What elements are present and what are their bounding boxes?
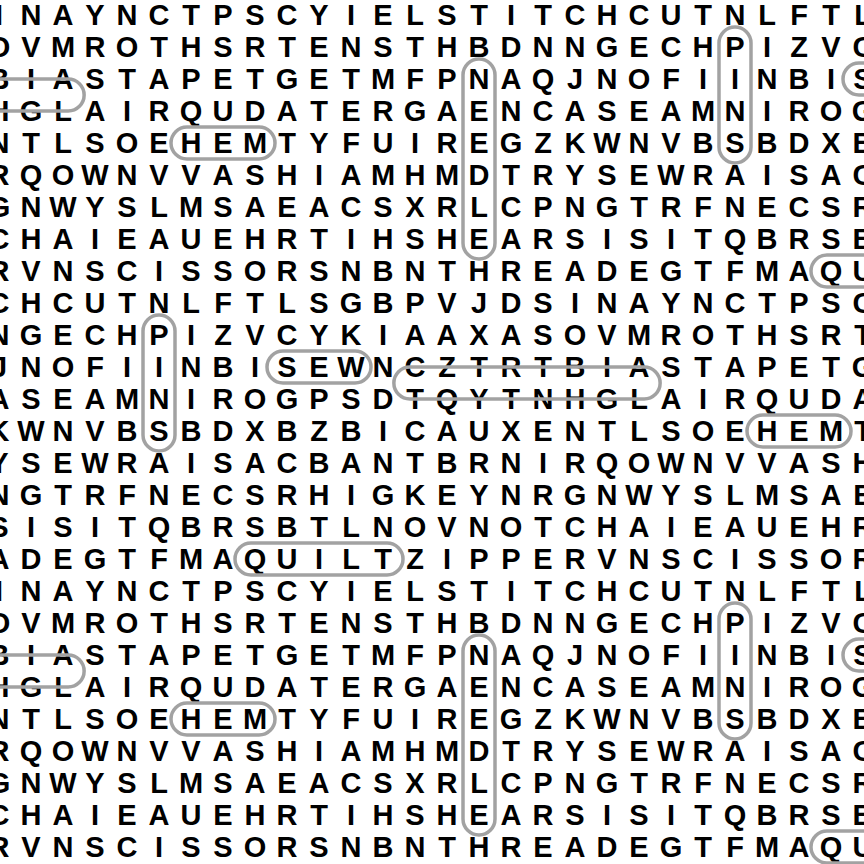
grid-cell[interactable]: I	[559, 287, 591, 319]
grid-cell[interactable]: B	[687, 127, 719, 159]
grid-cell[interactable]: O	[687, 319, 719, 351]
grid-cell[interactable]: F	[687, 191, 719, 223]
grid-cell[interactable]: T	[751, 287, 783, 319]
grid-cell[interactable]: F	[655, 63, 687, 95]
grid-cell[interactable]: G	[15, 95, 47, 127]
grid-cell[interactable]: V	[15, 255, 47, 287]
grid-cell[interactable]: Q	[719, 799, 751, 831]
grid-cell[interactable]: B	[175, 511, 207, 543]
grid-cell[interactable]: T	[111, 287, 143, 319]
grid-cell[interactable]: K	[399, 479, 431, 511]
grid-cell[interactable]: L	[47, 127, 79, 159]
grid-cell[interactable]: E	[847, 479, 864, 511]
grid-cell[interactable]: B	[751, 703, 783, 735]
grid-cell[interactable]: R	[655, 191, 687, 223]
grid-cell[interactable]: E	[783, 511, 815, 543]
grid-cell[interactable]: N	[367, 447, 399, 479]
grid-cell[interactable]: D	[495, 607, 527, 639]
grid-cell[interactable]: V	[15, 607, 47, 639]
grid-cell[interactable]: A	[303, 767, 335, 799]
grid-cell[interactable]: E	[207, 639, 239, 671]
grid-cell[interactable]: N	[335, 255, 367, 287]
grid-cell[interactable]: N	[559, 607, 591, 639]
grid-cell[interactable]: O	[239, 831, 271, 863]
grid-cell[interactable]: A	[79, 383, 111, 415]
grid-cell[interactable]: A	[207, 543, 239, 575]
grid-cell[interactable]: S	[783, 159, 815, 191]
grid-cell[interactable]: M	[175, 543, 207, 575]
grid-cell[interactable]: W	[655, 735, 687, 767]
grid-cell[interactable]: T	[527, 351, 559, 383]
grid-cell[interactable]: Y	[79, 575, 111, 607]
grid-cell[interactable]: E	[111, 799, 143, 831]
grid-cell[interactable]: R	[79, 479, 111, 511]
grid-cell[interactable]: R	[495, 831, 527, 863]
grid-cell[interactable]: W	[47, 191, 79, 223]
grid-cell[interactable]: G	[399, 95, 431, 127]
grid-cell[interactable]: L	[47, 703, 79, 735]
grid-cell[interactable]: P	[527, 191, 559, 223]
grid-cell[interactable]: R	[847, 511, 864, 543]
grid-cell[interactable]: I	[815, 639, 847, 671]
grid-cell[interactable]: E	[303, 639, 335, 671]
grid-cell[interactable]: A	[495, 639, 527, 671]
grid-cell[interactable]: E	[47, 447, 79, 479]
grid-cell[interactable]: C	[271, 0, 303, 31]
grid-cell[interactable]: T	[399, 607, 431, 639]
grid-cell[interactable]: U	[367, 127, 399, 159]
grid-cell[interactable]: I	[111, 671, 143, 703]
grid-cell[interactable]: A	[143, 639, 175, 671]
grid-cell[interactable]: V	[143, 159, 175, 191]
grid-cell[interactable]: T	[399, 447, 431, 479]
grid-cell[interactable]: H	[399, 159, 431, 191]
grid-cell[interactable]: T	[463, 351, 495, 383]
grid-cell[interactable]: R	[431, 127, 463, 159]
grid-cell[interactable]: C	[559, 575, 591, 607]
grid-cell[interactable]: P	[719, 607, 751, 639]
grid-cell[interactable]: S	[15, 447, 47, 479]
grid-cell[interactable]: N	[15, 351, 47, 383]
grid-cell[interactable]: I	[719, 63, 751, 95]
grid-cell[interactable]: C	[111, 831, 143, 863]
grid-cell[interactable]: I	[751, 159, 783, 191]
grid-cell[interactable]: T	[687, 575, 719, 607]
grid-cell[interactable]: Q	[719, 223, 751, 255]
grid-cell[interactable]: B	[367, 287, 399, 319]
grid-cell[interactable]: N	[591, 287, 623, 319]
grid-cell[interactable]: T	[15, 703, 47, 735]
grid-cell[interactable]: O	[47, 351, 79, 383]
grid-cell[interactable]: A	[559, 831, 591, 863]
grid-cell[interactable]: N	[559, 191, 591, 223]
grid-cell[interactable]: E	[335, 671, 367, 703]
grid-cell[interactable]: B	[207, 351, 239, 383]
grid-cell[interactable]: L	[719, 479, 751, 511]
grid-cell[interactable]: R	[0, 831, 15, 863]
grid-cell[interactable]: I	[143, 831, 175, 863]
grid-cell[interactable]: I	[719, 639, 751, 671]
grid-cell[interactable]: P	[207, 575, 239, 607]
grid-cell[interactable]: S	[207, 447, 239, 479]
grid-cell[interactable]: T	[335, 63, 367, 95]
grid-cell[interactable]: E	[527, 415, 559, 447]
grid-cell[interactable]: R	[367, 95, 399, 127]
grid-cell[interactable]: O	[0, 31, 15, 63]
grid-cell[interactable]: T	[303, 223, 335, 255]
grid-cell[interactable]: E	[623, 671, 655, 703]
grid-cell[interactable]: T	[815, 0, 847, 31]
grid-cell[interactable]: N	[719, 767, 751, 799]
grid-cell[interactable]: I	[687, 63, 719, 95]
grid-cell[interactable]: A	[559, 671, 591, 703]
grid-cell[interactable]: U	[655, 0, 687, 31]
grid-cell[interactable]: E	[623, 831, 655, 863]
grid-cell[interactable]: R	[207, 383, 239, 415]
grid-cell[interactable]: A	[431, 319, 463, 351]
grid-cell[interactable]: R	[0, 255, 15, 287]
grid-cell[interactable]: Q	[527, 63, 559, 95]
grid-cell[interactable]: A	[143, 447, 175, 479]
grid-cell[interactable]: I	[655, 799, 687, 831]
grid-cell[interactable]: N	[0, 703, 15, 735]
grid-cell[interactable]: S	[783, 735, 815, 767]
grid-cell[interactable]: R	[495, 351, 527, 383]
grid-cell[interactable]: U	[207, 95, 239, 127]
grid-cell[interactable]: M	[239, 127, 271, 159]
grid-cell[interactable]: C	[847, 607, 864, 639]
grid-cell[interactable]: T	[239, 639, 271, 671]
grid-cell[interactable]: T	[719, 319, 751, 351]
grid-cell[interactable]: E	[463, 127, 495, 159]
grid-cell[interactable]: V	[175, 159, 207, 191]
grid-cell[interactable]: R	[0, 159, 15, 191]
grid-cell[interactable]: A	[143, 223, 175, 255]
grid-cell[interactable]: H	[463, 255, 495, 287]
grid-cell[interactable]: R	[431, 703, 463, 735]
grid-cell[interactable]: A	[0, 543, 15, 575]
grid-cell[interactable]: A	[559, 255, 591, 287]
grid-cell[interactable]: A	[719, 511, 751, 543]
grid-cell[interactable]: D	[207, 415, 239, 447]
grid-cell[interactable]: G	[495, 703, 527, 735]
grid-cell[interactable]: M	[687, 95, 719, 127]
grid-cell[interactable]: H	[559, 383, 591, 415]
grid-cell[interactable]: C	[847, 287, 864, 319]
grid-cell[interactable]: R	[271, 831, 303, 863]
grid-cell[interactable]: Y	[79, 191, 111, 223]
grid-cell[interactable]: B	[271, 511, 303, 543]
grid-cell[interactable]: T	[623, 767, 655, 799]
grid-cell[interactable]: R	[527, 799, 559, 831]
grid-cell[interactable]: C	[655, 607, 687, 639]
grid-cell[interactable]: G	[847, 351, 864, 383]
grid-cell[interactable]: T	[431, 255, 463, 287]
grid-cell[interactable]: A	[655, 95, 687, 127]
grid-cell[interactable]: A	[271, 671, 303, 703]
grid-cell[interactable]: I	[687, 383, 719, 415]
grid-cell[interactable]: N	[751, 639, 783, 671]
grid-cell[interactable]: A	[495, 319, 527, 351]
grid-cell[interactable]: G	[591, 607, 623, 639]
grid-cell[interactable]: C	[847, 31, 864, 63]
grid-cell[interactable]: V	[751, 447, 783, 479]
grid-cell[interactable]: S	[815, 223, 847, 255]
grid-cell[interactable]: I	[0, 575, 15, 607]
grid-cell[interactable]: C	[623, 575, 655, 607]
grid-cell[interactable]: S	[15, 383, 47, 415]
grid-cell[interactable]: I	[591, 799, 623, 831]
grid-cell[interactable]: H	[303, 479, 335, 511]
grid-cell[interactable]: N	[335, 31, 367, 63]
grid-cell[interactable]: K	[335, 319, 367, 351]
grid-cell[interactable]: O	[399, 511, 431, 543]
grid-cell[interactable]: T	[847, 415, 864, 447]
grid-cell[interactable]: N	[367, 351, 399, 383]
grid-cell[interactable]: F	[335, 127, 367, 159]
grid-cell[interactable]: T	[463, 575, 495, 607]
grid-cell[interactable]: I	[239, 351, 271, 383]
grid-cell[interactable]: I	[335, 223, 367, 255]
grid-cell[interactable]: K	[559, 127, 591, 159]
grid-cell[interactable]: S	[0, 511, 15, 543]
grid-cell[interactable]: J	[463, 287, 495, 319]
grid-cell[interactable]: M	[751, 255, 783, 287]
grid-cell[interactable]: V	[239, 319, 271, 351]
grid-cell[interactable]: O	[815, 95, 847, 127]
grid-cell[interactable]: O	[239, 383, 271, 415]
grid-cell[interactable]: E	[47, 319, 79, 351]
grid-cell[interactable]: E	[623, 607, 655, 639]
grid-cell[interactable]: N	[15, 0, 47, 31]
grid-cell[interactable]: T	[143, 31, 175, 63]
grid-cell[interactable]: K	[559, 703, 591, 735]
grid-cell[interactable]: S	[239, 0, 271, 31]
grid-cell[interactable]: A	[623, 287, 655, 319]
grid-cell[interactable]: R	[239, 31, 271, 63]
grid-cell[interactable]: H	[591, 511, 623, 543]
grid-cell[interactable]: Z	[303, 415, 335, 447]
grid-cell[interactable]: D	[239, 95, 271, 127]
grid-cell[interactable]: B	[559, 351, 591, 383]
grid-cell[interactable]: C	[527, 95, 559, 127]
grid-cell[interactable]: L	[399, 575, 431, 607]
grid-cell[interactable]: C	[783, 767, 815, 799]
grid-cell[interactable]: R	[271, 799, 303, 831]
grid-cell[interactable]: N	[591, 479, 623, 511]
grid-cell[interactable]: S	[783, 543, 815, 575]
grid-cell[interactable]: V	[15, 831, 47, 863]
grid-cell[interactable]: H	[111, 319, 143, 351]
grid-cell[interactable]: V	[431, 287, 463, 319]
grid-cell[interactable]: R	[815, 319, 847, 351]
grid-cell[interactable]: V	[15, 31, 47, 63]
grid-cell[interactable]: I	[367, 319, 399, 351]
grid-cell[interactable]: I	[335, 0, 367, 31]
grid-cell[interactable]: T	[303, 511, 335, 543]
grid-cell[interactable]: T	[367, 543, 399, 575]
grid-cell[interactable]: W	[79, 447, 111, 479]
grid-cell[interactable]: N	[111, 159, 143, 191]
grid-cell[interactable]: R	[271, 255, 303, 287]
grid-cell[interactable]: I	[815, 63, 847, 95]
grid-cell[interactable]: P	[143, 319, 175, 351]
grid-cell[interactable]: Q	[591, 447, 623, 479]
grid-cell[interactable]: D	[783, 127, 815, 159]
grid-cell[interactable]: T	[111, 511, 143, 543]
grid-cell[interactable]: P	[495, 543, 527, 575]
grid-cell[interactable]: B	[0, 63, 15, 95]
grid-cell[interactable]: L	[623, 415, 655, 447]
grid-cell[interactable]: H	[15, 287, 47, 319]
grid-cell[interactable]: N	[559, 767, 591, 799]
grid-cell[interactable]: T	[271, 31, 303, 63]
grid-cell[interactable]: K	[0, 415, 15, 447]
grid-cell[interactable]: S	[687, 479, 719, 511]
grid-cell[interactable]: I	[79, 223, 111, 255]
grid-cell[interactable]: Q	[751, 383, 783, 415]
grid-cell[interactable]: G	[655, 255, 687, 287]
grid-cell[interactable]: G	[559, 479, 591, 511]
grid-cell[interactable]: C	[655, 31, 687, 63]
grid-cell[interactable]: O	[495, 511, 527, 543]
grid-cell[interactable]: C	[399, 351, 431, 383]
grid-cell[interactable]: B	[367, 255, 399, 287]
grid-cell[interactable]: T	[495, 735, 527, 767]
grid-cell[interactable]: W	[79, 735, 111, 767]
grid-cell[interactable]: I	[15, 511, 47, 543]
grid-cell[interactable]: W	[79, 159, 111, 191]
grid-cell[interactable]: C	[143, 575, 175, 607]
grid-cell[interactable]: G	[271, 383, 303, 415]
grid-cell[interactable]: E	[303, 607, 335, 639]
grid-cell[interactable]: S	[719, 127, 751, 159]
grid-cell[interactable]: E	[207, 799, 239, 831]
grid-cell[interactable]: Q	[15, 159, 47, 191]
grid-cell[interactable]: F	[719, 255, 751, 287]
grid-cell[interactable]: Y	[0, 447, 15, 479]
grid-cell[interactable]: S	[559, 799, 591, 831]
grid-cell[interactable]: Y	[655, 287, 687, 319]
grid-cell[interactable]: U	[751, 511, 783, 543]
grid-cell[interactable]: M	[111, 383, 143, 415]
grid-cell[interactable]: I	[79, 511, 111, 543]
grid-cell[interactable]: F	[783, 0, 815, 31]
grid-cell[interactable]: R	[431, 767, 463, 799]
grid-cell[interactable]: H	[271, 159, 303, 191]
grid-cell[interactable]: U	[79, 287, 111, 319]
grid-cell[interactable]: N	[111, 575, 143, 607]
grid-cell[interactable]: I	[79, 799, 111, 831]
grid-cell[interactable]: E	[463, 671, 495, 703]
grid-cell[interactable]: Q	[175, 671, 207, 703]
grid-cell[interactable]: S	[303, 831, 335, 863]
grid-cell[interactable]: T	[271, 127, 303, 159]
grid-cell[interactable]: V	[79, 415, 111, 447]
grid-cell[interactable]: N	[143, 287, 175, 319]
grid-cell[interactable]: V	[591, 319, 623, 351]
grid-cell[interactable]: N	[559, 415, 591, 447]
grid-cell[interactable]: Y	[559, 735, 591, 767]
grid-cell[interactable]: N	[527, 31, 559, 63]
grid-cell[interactable]: N	[0, 479, 15, 511]
grid-cell[interactable]: N	[591, 63, 623, 95]
grid-cell[interactable]: D	[783, 703, 815, 735]
grid-cell[interactable]: S	[655, 351, 687, 383]
grid-cell[interactable]: H	[0, 671, 15, 703]
grid-cell[interactable]: I	[495, 0, 527, 31]
grid-cell[interactable]: I	[687, 639, 719, 671]
grid-cell[interactable]: B	[751, 223, 783, 255]
grid-cell[interactable]: T	[495, 383, 527, 415]
grid-cell[interactable]: G	[655, 831, 687, 863]
grid-cell[interactable]: R	[655, 767, 687, 799]
grid-cell[interactable]: A	[47, 63, 79, 95]
grid-cell[interactable]: F	[783, 575, 815, 607]
grid-cell[interactable]: H	[239, 223, 271, 255]
grid-cell[interactable]: A	[47, 639, 79, 671]
grid-cell[interactable]: E	[303, 63, 335, 95]
grid-cell[interactable]: P	[431, 63, 463, 95]
grid-cell[interactable]: S	[591, 95, 623, 127]
grid-cell[interactable]: E	[111, 223, 143, 255]
grid-cell[interactable]: N	[719, 671, 751, 703]
grid-cell[interactable]: R	[527, 735, 559, 767]
grid-cell[interactable]: S	[367, 191, 399, 223]
grid-cell[interactable]: Y	[559, 159, 591, 191]
grid-cell[interactable]: L	[399, 0, 431, 31]
grid-cell[interactable]: A	[431, 95, 463, 127]
grid-cell[interactable]: A	[239, 191, 271, 223]
grid-cell[interactable]: A	[0, 383, 15, 415]
grid-cell[interactable]: L	[623, 383, 655, 415]
grid-cell[interactable]: W	[623, 479, 655, 511]
grid-cell[interactable]: C	[495, 767, 527, 799]
grid-cell[interactable]: T	[239, 287, 271, 319]
grid-cell[interactable]: V	[815, 607, 847, 639]
grid-cell[interactable]: A	[495, 799, 527, 831]
grid-cell[interactable]: I	[15, 639, 47, 671]
grid-cell[interactable]: N	[15, 191, 47, 223]
grid-cell[interactable]: R	[143, 671, 175, 703]
grid-cell[interactable]: S	[815, 447, 847, 479]
grid-cell[interactable]: A	[623, 351, 655, 383]
grid-cell[interactable]: M	[431, 735, 463, 767]
grid-cell[interactable]: Q	[239, 543, 271, 575]
grid-cell[interactable]: T	[239, 63, 271, 95]
grid-cell[interactable]: Q	[15, 735, 47, 767]
grid-cell[interactable]: O	[815, 671, 847, 703]
grid-cell[interactable]: B	[783, 639, 815, 671]
grid-cell[interactable]: I	[495, 575, 527, 607]
grid-cell[interactable]: H	[271, 735, 303, 767]
grid-cell[interactable]: L	[335, 511, 367, 543]
grid-cell[interactable]: S	[239, 511, 271, 543]
grid-cell[interactable]: S	[207, 255, 239, 287]
grid-cell[interactable]: A	[335, 447, 367, 479]
grid-cell[interactable]: C	[207, 479, 239, 511]
grid-cell[interactable]: A	[79, 95, 111, 127]
grid-cell[interactable]: A	[815, 159, 847, 191]
grid-cell[interactable]: B	[847, 223, 864, 255]
grid-cell[interactable]: S	[207, 607, 239, 639]
grid-cell[interactable]: O	[0, 607, 15, 639]
grid-cell[interactable]: X	[399, 767, 431, 799]
grid-cell[interactable]: U	[367, 703, 399, 735]
grid-cell[interactable]: I	[143, 255, 175, 287]
grid-cell[interactable]: G	[495, 127, 527, 159]
grid-cell[interactable]: S	[783, 319, 815, 351]
